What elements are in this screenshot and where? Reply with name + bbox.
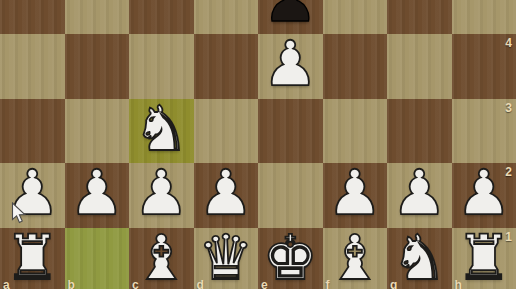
square-c5[interactable] — [129, 0, 194, 34]
square-c2[interactable]: ♟ — [129, 163, 194, 228]
white-queen[interactable]: ♛ — [194, 226, 259, 289]
square-d5[interactable] — [194, 0, 259, 34]
square-d3[interactable] — [194, 99, 259, 164]
square-g4[interactable] — [387, 34, 452, 99]
white-bishop[interactable]: ♝ — [129, 226, 194, 289]
square-f5[interactable] — [323, 0, 388, 34]
square-a5[interactable] — [0, 0, 65, 34]
white-pawn[interactable]: ♟ — [129, 161, 194, 226]
white-pawn[interactable]: ♟ — [194, 161, 259, 226]
square-h3[interactable]: 3 — [452, 99, 516, 164]
square-d2[interactable]: ♟ — [194, 163, 259, 228]
square-h1[interactable]: 1h♜ — [452, 228, 516, 289]
square-a1[interactable]: a♜ — [0, 228, 65, 289]
square-g1[interactable]: g♞ — [387, 228, 452, 289]
square-h4[interactable]: 4 — [452, 34, 516, 99]
square-g2[interactable]: ♟ — [387, 163, 452, 228]
white-pawn[interactable]: ♟ — [258, 32, 323, 97]
square-b5[interactable] — [65, 0, 130, 34]
white-pawn[interactable]: ♟ — [65, 161, 130, 226]
white-pawn[interactable]: ♟ — [452, 161, 516, 226]
square-g5[interactable] — [387, 0, 452, 34]
white-rook[interactable]: ♜ — [452, 226, 516, 289]
chess-board-viewport: 876♟5♟4♞3♟♟♟♟♟♟2♟a♜bc♝d♛e♚f♝g♞1h♜ — [0, 0, 516, 289]
square-a4[interactable] — [0, 34, 65, 99]
square-a2[interactable]: ♟ — [0, 163, 65, 228]
square-e1[interactable]: e♚ — [258, 228, 323, 289]
square-d4[interactable] — [194, 34, 259, 99]
square-e2[interactable] — [258, 163, 323, 228]
square-f4[interactable] — [323, 34, 388, 99]
rank-label-4: 4 — [505, 36, 512, 50]
square-c3[interactable]: ♞ — [129, 99, 194, 164]
white-pawn[interactable]: ♟ — [387, 161, 452, 226]
square-b2[interactable]: ♟ — [65, 163, 130, 228]
white-knight[interactable]: ♞ — [129, 97, 194, 162]
square-h2[interactable]: 2♟ — [452, 163, 516, 228]
white-pawn[interactable]: ♟ — [0, 161, 65, 226]
square-h5[interactable]: 5 — [452, 0, 516, 34]
square-f1[interactable]: f♝ — [323, 228, 388, 289]
square-e3[interactable] — [258, 99, 323, 164]
file-label-b: b — [68, 278, 75, 289]
square-a3[interactable] — [0, 99, 65, 164]
square-f2[interactable]: ♟ — [323, 163, 388, 228]
square-e4[interactable]: ♟ — [258, 34, 323, 99]
white-king[interactable]: ♚ — [258, 226, 323, 289]
square-f3[interactable] — [323, 99, 388, 164]
square-c1[interactable]: c♝ — [129, 228, 194, 289]
white-pawn[interactable]: ♟ — [323, 161, 388, 226]
chess-board: 876♟5♟4♞3♟♟♟♟♟♟2♟a♜bc♝d♛e♚f♝g♞1h♜ — [0, 0, 516, 289]
square-b3[interactable] — [65, 99, 130, 164]
square-d1[interactable]: d♛ — [194, 228, 259, 289]
square-b1[interactable]: b — [65, 228, 130, 289]
square-b4[interactable] — [65, 34, 130, 99]
white-knight[interactable]: ♞ — [387, 226, 452, 289]
rank-label-3: 3 — [505, 101, 512, 115]
white-rook[interactable]: ♜ — [0, 226, 65, 289]
square-g3[interactable] — [387, 99, 452, 164]
white-bishop[interactable]: ♝ — [323, 226, 388, 289]
square-c4[interactable] — [129, 34, 194, 99]
